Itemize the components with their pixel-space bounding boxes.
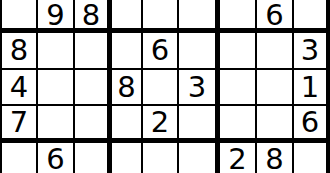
sudoku-cell-r5c7[interactable]: 2 [220, 143, 257, 173]
sudoku-cell-r1c8[interactable]: 6 [257, 0, 294, 33]
given-digit: 1 [301, 73, 319, 102]
given-digit: 2 [151, 108, 169, 137]
sudoku-cell-r4c9[interactable]: 6 [294, 106, 330, 143]
given-digit: 8 [265, 145, 283, 173]
given-digit: 8 [117, 73, 135, 102]
sudoku-cell-r5c9[interactable] [294, 143, 330, 173]
sudoku-cell-r1c9[interactable] [294, 0, 330, 33]
sudoku-cell-r2c8[interactable] [257, 33, 294, 70]
sudoku-cell-r1c4[interactable] [112, 0, 143, 33]
sudoku-cell-r4c4[interactable] [112, 106, 143, 143]
sudoku-cell-r1c5[interactable] [143, 0, 179, 33]
sudoku-cell-r2c5[interactable]: 6 [143, 33, 179, 70]
sudoku-cell-r5c2[interactable]: 6 [38, 143, 75, 173]
given-digit: 8 [82, 1, 100, 30]
sudoku-cell-r2c2[interactable] [38, 33, 75, 70]
given-digit: 7 [10, 108, 28, 137]
sudoku-cell-r1c1[interactable] [0, 0, 38, 33]
given-digit: 6 [301, 108, 319, 137]
sudoku-cell-r5c5[interactable] [143, 143, 179, 173]
sudoku-cell-r3c5[interactable] [143, 70, 179, 106]
sudoku-board: 9868634831726628 [0, 0, 330, 173]
sudoku-cell-r4c5[interactable]: 2 [143, 106, 179, 143]
sudoku-cell-r1c6[interactable] [179, 0, 220, 33]
sudoku-cell-r2c9[interactable]: 3 [294, 33, 330, 70]
sudoku-cell-r3c4[interactable]: 8 [112, 70, 143, 106]
given-digit: 2 [228, 145, 246, 173]
sudoku-cell-r5c6[interactable] [179, 143, 220, 173]
sudoku-cell-r4c1[interactable]: 7 [0, 106, 38, 143]
sudoku-cell-r5c3[interactable] [75, 143, 112, 173]
sudoku-cell-r3c7[interactable] [220, 70, 257, 106]
sudoku-cell-r2c6[interactable] [179, 33, 220, 70]
sudoku-cell-r2c3[interactable] [75, 33, 112, 70]
sudoku-cell-r3c3[interactable] [75, 70, 112, 106]
sudoku-cell-r2c7[interactable] [220, 33, 257, 70]
sudoku-cell-r1c2[interactable]: 9 [38, 0, 75, 33]
given-digit: 6 [46, 145, 64, 173]
sudoku-cell-r2c1[interactable]: 8 [0, 33, 38, 70]
sudoku-cell-r5c1[interactable] [0, 143, 38, 173]
sudoku-cell-r4c3[interactable] [75, 106, 112, 143]
sudoku-cell-r4c8[interactable] [257, 106, 294, 143]
sudoku-cell-r4c7[interactable] [220, 106, 257, 143]
given-digit: 6 [151, 36, 169, 65]
sudoku-cell-r5c4[interactable] [112, 143, 143, 173]
sudoku-cell-r3c8[interactable] [257, 70, 294, 106]
sudoku-cell-r3c6[interactable]: 3 [179, 70, 220, 106]
sudoku-cell-r1c7[interactable] [220, 0, 257, 33]
given-digit: 9 [46, 1, 64, 30]
sudoku-cell-r3c9[interactable]: 1 [294, 70, 330, 106]
given-digit: 3 [301, 36, 319, 65]
sudoku-cell-r3c1[interactable]: 4 [0, 70, 38, 106]
given-digit: 8 [10, 36, 28, 65]
sudoku-cell-r3c2[interactable] [38, 70, 75, 106]
given-digit: 3 [188, 73, 206, 102]
given-digit: 4 [10, 73, 28, 102]
given-digit: 6 [265, 1, 283, 30]
sudoku-cell-r2c4[interactable] [112, 33, 143, 70]
sudoku-cell-r4c2[interactable] [38, 106, 75, 143]
sudoku-cell-r4c6[interactable] [179, 106, 220, 143]
sudoku-cell-r5c8[interactable]: 8 [257, 143, 294, 173]
sudoku-cell-r1c3[interactable]: 8 [75, 0, 112, 33]
